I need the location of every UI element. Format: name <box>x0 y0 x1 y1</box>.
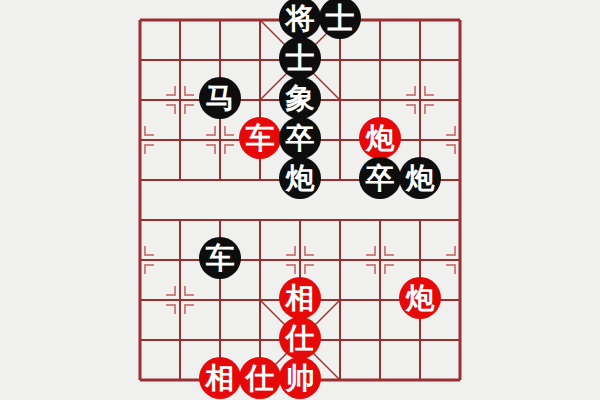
piece-red-advisor[interactable]: 仕 <box>279 317 321 359</box>
piece-red-cannon[interactable]: 炮 <box>359 117 401 159</box>
piece-black-advisor[interactable]: 士 <box>319 0 361 39</box>
piece-red-king[interactable]: 帅 <box>279 357 321 399</box>
piece-black-cannon[interactable]: 炮 <box>279 157 321 199</box>
piece-black-soldier[interactable]: 卒 <box>279 117 321 159</box>
piece-red-elephant[interactable]: 相 <box>279 277 321 319</box>
piece-red-cannon[interactable]: 炮 <box>399 277 441 319</box>
piece-red-elephant[interactable]: 相 <box>199 357 241 399</box>
piece-black-soldier[interactable]: 卒 <box>359 157 401 199</box>
pieces-layer: 将士士马象车卒炮炮卒炮车相炮仕相仕帅 <box>0 0 600 400</box>
piece-black-general[interactable]: 将 <box>279 0 321 39</box>
piece-red-advisor[interactable]: 仕 <box>239 357 281 399</box>
piece-black-elephant[interactable]: 象 <box>279 77 321 119</box>
piece-red-chariot[interactable]: 车 <box>239 117 281 159</box>
piece-black-advisor[interactable]: 士 <box>279 37 321 79</box>
piece-black-chariot[interactable]: 车 <box>199 237 241 279</box>
xiangqi-diagram: 将士士马象车卒炮炮卒炮车相炮仕相仕帅 <box>0 0 600 400</box>
piece-black-horse[interactable]: 马 <box>199 77 241 119</box>
piece-black-cannon[interactable]: 炮 <box>399 157 441 199</box>
